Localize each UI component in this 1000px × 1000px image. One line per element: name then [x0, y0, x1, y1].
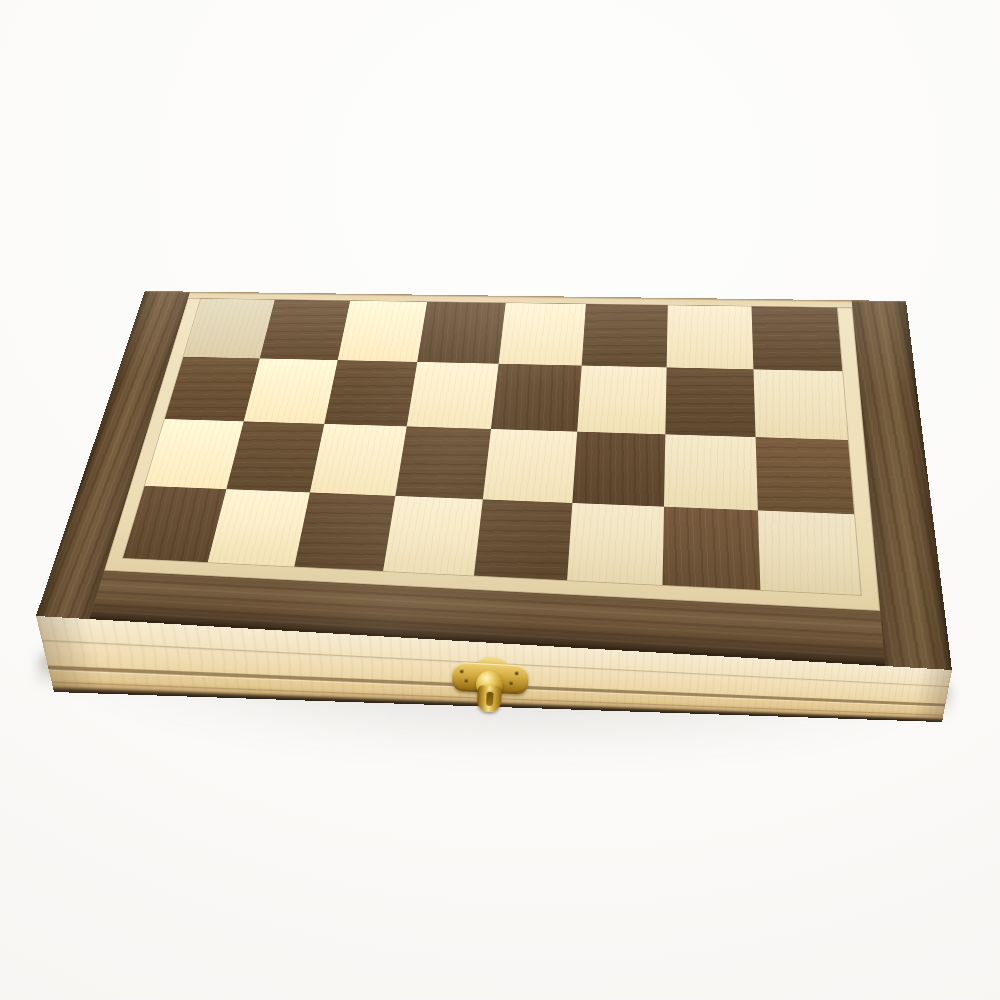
board-square: [407, 362, 499, 429]
board-square: [474, 499, 572, 580]
board-square: [664, 434, 758, 510]
chessboard-grid: [123, 299, 861, 595]
board-square: [499, 303, 586, 366]
clasp-hook-slot: [486, 692, 494, 706]
board-square: [577, 366, 666, 435]
board-top-face: [36, 291, 952, 670]
board-square: [260, 300, 350, 360]
board-square: [324, 360, 417, 426]
board-square: [395, 426, 491, 499]
board-square: [758, 510, 861, 595]
board-square: [663, 507, 761, 590]
board-square: [572, 432, 665, 507]
board-square: [417, 302, 505, 364]
board-square: [294, 492, 395, 571]
board-square: [582, 304, 668, 367]
board-square: [756, 437, 854, 514]
brass-clasp: [446, 652, 541, 721]
board-square: [667, 305, 754, 369]
board-square: [244, 358, 338, 423]
board-square: [310, 424, 407, 496]
board-square: [751, 306, 842, 371]
board-square: [338, 301, 427, 362]
board-square: [753, 369, 847, 440]
board-square: [483, 429, 577, 503]
board-square: [567, 503, 664, 585]
board-square: [491, 364, 582, 432]
board-square: [226, 421, 324, 492]
product-photo-scene: [0, 0, 1000, 1000]
board-square: [208, 489, 310, 566]
board-square: [665, 367, 755, 437]
board-square: [383, 496, 483, 576]
